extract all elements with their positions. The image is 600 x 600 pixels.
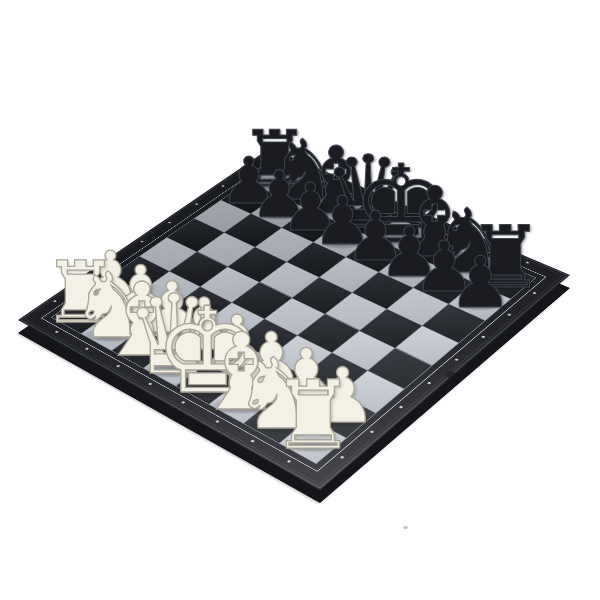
rivet-dot <box>286 460 291 463</box>
rivet-dot <box>356 189 360 191</box>
rivet-dot <box>427 381 432 384</box>
rivet-dot <box>84 347 88 350</box>
photo-speck <box>403 526 408 529</box>
rivet-dot <box>53 300 57 303</box>
rivet-dot <box>399 405 404 408</box>
rivet-dot <box>507 313 512 316</box>
rivet-dot <box>421 217 425 219</box>
rivet-dot <box>525 261 529 264</box>
rivet-dot <box>454 231 458 233</box>
scene: ♜♞♟♝♟♛♟♚♟♝♟♞♟♜♟♟♟♟♜♟♞♟♝♟♛♟♚♟♝♟♞♜ <box>0 0 600 600</box>
rivet-dot <box>481 335 486 338</box>
rivet-dot <box>454 358 459 361</box>
rivet-dot <box>294 163 298 165</box>
rivet-dot <box>247 167 251 169</box>
play-area <box>51 164 537 464</box>
rivet-dot <box>112 260 116 263</box>
rivet-dot <box>140 240 144 242</box>
rivet-dot <box>489 246 493 249</box>
rivet-dot <box>181 401 186 404</box>
rivet-dot <box>116 365 121 368</box>
rivet-dot <box>388 203 392 205</box>
rivet-dot <box>370 430 375 433</box>
rivet-dot <box>215 420 220 423</box>
rivet-dot <box>325 176 329 178</box>
rivet-dot <box>533 292 538 295</box>
chessboard <box>18 148 570 490</box>
rivet-dot <box>54 330 58 333</box>
rivet-dot <box>168 221 172 223</box>
rivet-dot <box>340 455 345 458</box>
rivet-dot <box>250 439 255 442</box>
rivet-dot <box>148 382 153 385</box>
rivet-dot <box>83 279 87 282</box>
rivet-dot <box>221 185 225 187</box>
rivet-dot <box>195 203 199 205</box>
